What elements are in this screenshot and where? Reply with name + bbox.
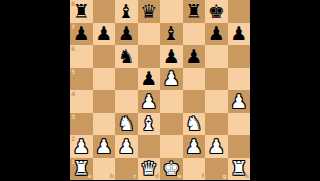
square-c5[interactable] — [115, 68, 138, 91]
square-h8[interactable] — [228, 0, 251, 23]
file-label-g: g — [222, 173, 226, 179]
square-g5[interactable] — [205, 68, 228, 91]
rank-label-4: 4 — [71, 91, 75, 97]
square-f5[interactable] — [183, 68, 206, 91]
square-b1[interactable]: b — [93, 158, 116, 181]
square-h7[interactable]: ♟ — [228, 23, 251, 46]
rank-label-5: 5 — [71, 69, 75, 75]
white-pawn-c2[interactable]: ♟ — [115, 135, 138, 158]
black-king-g8[interactable]: ♚ — [205, 0, 228, 23]
square-f6[interactable]: ♟ — [183, 45, 206, 68]
square-e3[interactable] — [160, 113, 183, 136]
square-h5[interactable] — [228, 68, 251, 91]
black-bishop-e7[interactable]: ♝ — [160, 23, 183, 46]
white-bishop-d3[interactable]: ♝ — [138, 113, 161, 136]
square-b2[interactable]: ♟ — [93, 135, 116, 158]
square-e4[interactable] — [160, 90, 183, 113]
white-pawn-e5[interactable]: ♟ — [160, 68, 183, 91]
square-g4[interactable] — [205, 90, 228, 113]
black-pawn-g7[interactable]: ♟ — [205, 23, 228, 46]
black-pawn-d5[interactable]: ♟ — [138, 68, 161, 91]
screenshot-background: 8♜♝♛♜♚7♟♟♟♝♟♟6♞♟♟5♟♟4♟♟3♞♝♞2♟♟♟♟♟1a♜bcd♛… — [0, 0, 320, 180]
square-b3[interactable] — [93, 113, 116, 136]
square-a7[interactable]: 7♟ — [70, 23, 93, 46]
square-e8[interactable] — [160, 0, 183, 23]
square-a6[interactable]: 6 — [70, 45, 93, 68]
square-h6[interactable] — [228, 45, 251, 68]
white-pawn-f2[interactable]: ♟ — [183, 135, 206, 158]
square-a2[interactable]: 2♟ — [70, 135, 93, 158]
white-knight-f3[interactable]: ♞ — [183, 113, 206, 136]
file-label-b: b — [110, 173, 114, 179]
chess-board: 8♜♝♛♜♚7♟♟♟♝♟♟6♞♟♟5♟♟4♟♟3♞♝♞2♟♟♟♟♟1a♜bcd♛… — [70, 0, 250, 180]
square-e7[interactable]: ♝ — [160, 23, 183, 46]
white-rook-a1[interactable]: ♜ — [70, 158, 93, 181]
black-pawn-c7[interactable]: ♟ — [115, 23, 138, 46]
square-a8[interactable]: 8♜ — [70, 0, 93, 23]
square-b6[interactable] — [93, 45, 116, 68]
black-queen-d8[interactable]: ♛ — [138, 0, 161, 23]
square-f8[interactable]: ♜ — [183, 0, 206, 23]
square-a5[interactable]: 5 — [70, 68, 93, 91]
black-rook-f8[interactable]: ♜ — [183, 0, 206, 23]
black-pawn-a7[interactable]: ♟ — [70, 23, 93, 46]
black-pawn-e6[interactable]: ♟ — [160, 45, 183, 68]
square-c6[interactable]: ♞ — [115, 45, 138, 68]
square-a4[interactable]: 4 — [70, 90, 93, 113]
square-d8[interactable]: ♛ — [138, 0, 161, 23]
square-d2[interactable] — [138, 135, 161, 158]
square-e6[interactable]: ♟ — [160, 45, 183, 68]
black-pawn-f6[interactable]: ♟ — [183, 45, 206, 68]
square-b8[interactable] — [93, 0, 116, 23]
square-g8[interactable]: ♚ — [205, 0, 228, 23]
square-f4[interactable] — [183, 90, 206, 113]
square-d4[interactable]: ♟ — [138, 90, 161, 113]
square-d5[interactable]: ♟ — [138, 68, 161, 91]
square-d6[interactable] — [138, 45, 161, 68]
black-bishop-c8[interactable]: ♝ — [115, 0, 138, 23]
square-b7[interactable]: ♟ — [93, 23, 116, 46]
white-pawn-a2[interactable]: ♟ — [70, 135, 93, 158]
square-h4[interactable]: ♟ — [228, 90, 251, 113]
square-g7[interactable]: ♟ — [205, 23, 228, 46]
white-queen-d1[interactable]: ♛ — [138, 158, 161, 181]
square-h1[interactable]: h♜ — [228, 158, 251, 181]
square-d3[interactable]: ♝ — [138, 113, 161, 136]
square-a3[interactable]: 3 — [70, 113, 93, 136]
black-pawn-b7[interactable]: ♟ — [93, 23, 116, 46]
square-c1[interactable]: c — [115, 158, 138, 181]
square-c4[interactable] — [115, 90, 138, 113]
white-rook-h1[interactable]: ♜ — [228, 158, 251, 181]
rank-label-6: 6 — [71, 46, 75, 52]
file-label-c: c — [133, 173, 137, 179]
black-rook-a8[interactable]: ♜ — [70, 0, 93, 23]
square-e5[interactable]: ♟ — [160, 68, 183, 91]
white-pawn-d4[interactable]: ♟ — [138, 90, 161, 113]
square-g1[interactable]: g — [205, 158, 228, 181]
square-g6[interactable] — [205, 45, 228, 68]
square-g2[interactable]: ♟ — [205, 135, 228, 158]
square-g3[interactable] — [205, 113, 228, 136]
white-pawn-b2[interactable]: ♟ — [93, 135, 116, 158]
square-a1[interactable]: 1a♜ — [70, 158, 93, 181]
rank-label-3: 3 — [71, 114, 75, 120]
square-d1[interactable]: d♛ — [138, 158, 161, 181]
square-c7[interactable]: ♟ — [115, 23, 138, 46]
white-pawn-g2[interactable]: ♟ — [205, 135, 228, 158]
square-c2[interactable]: ♟ — [115, 135, 138, 158]
white-pawn-h4[interactable]: ♟ — [228, 90, 251, 113]
white-knight-c3[interactable]: ♞ — [115, 113, 138, 136]
square-f7[interactable] — [183, 23, 206, 46]
file-label-f: f — [201, 173, 204, 179]
square-c3[interactable]: ♞ — [115, 113, 138, 136]
white-king-e1[interactable]: ♚ — [160, 158, 183, 181]
square-e1[interactable]: e♚ — [160, 158, 183, 181]
black-knight-c6[interactable]: ♞ — [115, 45, 138, 68]
square-b5[interactable] — [93, 68, 116, 91]
square-h3[interactable] — [228, 113, 251, 136]
square-f3[interactable]: ♞ — [183, 113, 206, 136]
square-e2[interactable] — [160, 135, 183, 158]
square-f1[interactable]: f — [183, 158, 206, 181]
square-f2[interactable]: ♟ — [183, 135, 206, 158]
black-pawn-h7[interactable]: ♟ — [228, 23, 251, 46]
square-b4[interactable] — [93, 90, 116, 113]
square-h2[interactable] — [228, 135, 251, 158]
square-d7[interactable] — [138, 23, 161, 46]
square-c8[interactable]: ♝ — [115, 0, 138, 23]
